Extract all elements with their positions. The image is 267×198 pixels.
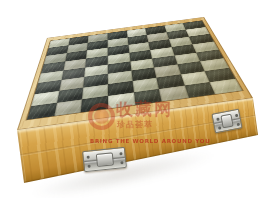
board-square <box>159 86 189 102</box>
product-photo: 收藏网 珍品荟萃 BRING THE WORLD AROUND YOU <box>0 0 267 198</box>
board-square <box>54 99 82 116</box>
board-square <box>210 79 242 94</box>
metal-latch-left <box>82 147 127 172</box>
board-square <box>133 89 161 105</box>
board-square <box>108 92 135 108</box>
board-square <box>81 96 108 112</box>
